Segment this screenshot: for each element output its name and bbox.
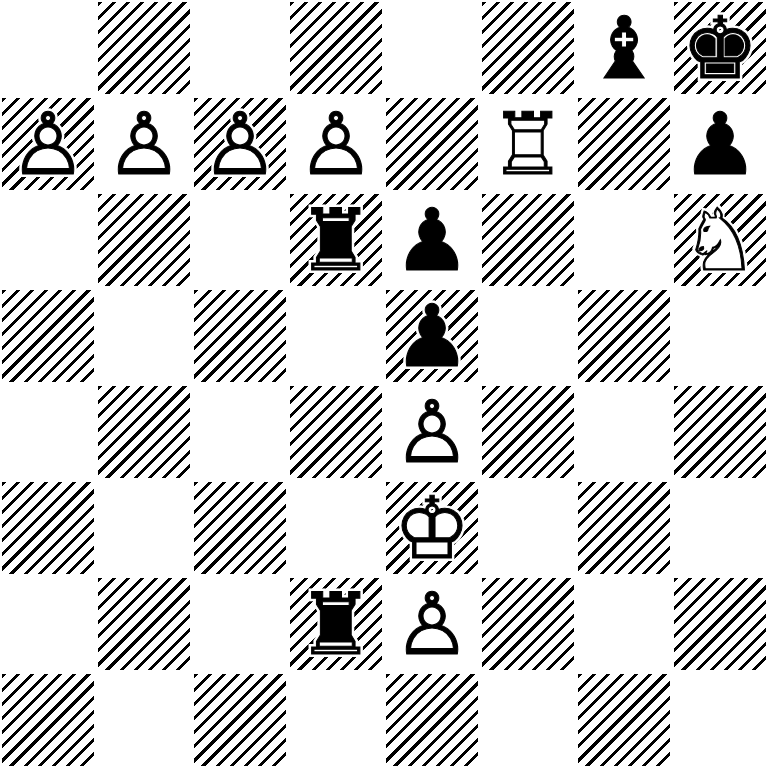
square-h1[interactable]	[672, 672, 768, 768]
piece-white-pawn-a7[interactable]: ♟♙	[0, 96, 96, 192]
square-d8[interactable]	[288, 0, 384, 96]
black-pawn-icon: ♟	[672, 96, 768, 192]
square-b7[interactable]: ♟♙	[96, 96, 192, 192]
square-g2[interactable]	[576, 576, 672, 672]
square-b4[interactable]	[96, 384, 192, 480]
piece-black-pawn-e5[interactable]: ♟♟	[384, 288, 480, 384]
piece-black-pawn-h7[interactable]: ♟♟	[672, 96, 768, 192]
square-e6[interactable]: ♟♟	[384, 192, 480, 288]
piece-white-pawn-e4[interactable]: ♟♙	[384, 384, 480, 480]
square-h8[interactable]: ♚♚	[672, 0, 768, 96]
square-h4[interactable]	[672, 384, 768, 480]
square-g8[interactable]: ♝♝	[576, 0, 672, 96]
square-h3[interactable]	[672, 480, 768, 576]
square-c4[interactable]	[192, 384, 288, 480]
piece-black-rook-d2[interactable]: ♜♜	[288, 576, 384, 672]
square-e4[interactable]: ♟♙	[384, 384, 480, 480]
piece-white-knight-h6[interactable]: ♞♘	[672, 192, 768, 288]
square-b6[interactable]	[96, 192, 192, 288]
square-a3[interactable]	[0, 480, 96, 576]
black-rook-icon: ♜	[288, 576, 384, 672]
square-a4[interactable]	[0, 384, 96, 480]
square-e1[interactable]	[384, 672, 480, 768]
square-c2[interactable]	[192, 576, 288, 672]
white-rook-icon: ♖	[480, 96, 576, 192]
square-h5[interactable]	[672, 288, 768, 384]
chess-board: ♝♝♚♚♟♙♟♙♟♙♟♙♜♖♟♟♜♜♟♟♞♘♟♟♟♙♚♔♜♜♟♙	[0, 0, 768, 768]
square-c1[interactable]	[192, 672, 288, 768]
square-a8[interactable]	[0, 0, 96, 96]
square-f6[interactable]	[480, 192, 576, 288]
square-d4[interactable]	[288, 384, 384, 480]
piece-white-rook-f7[interactable]: ♜♖	[480, 96, 576, 192]
square-e3[interactable]: ♚♔	[384, 480, 480, 576]
square-a7[interactable]: ♟♙	[0, 96, 96, 192]
square-d7[interactable]: ♟♙	[288, 96, 384, 192]
square-a1[interactable]	[0, 672, 96, 768]
piece-white-pawn-b7[interactable]: ♟♙	[96, 96, 192, 192]
square-e8[interactable]	[384, 0, 480, 96]
square-g6[interactable]	[576, 192, 672, 288]
square-d6[interactable]: ♜♜	[288, 192, 384, 288]
square-a6[interactable]	[0, 192, 96, 288]
square-d5[interactable]	[288, 288, 384, 384]
square-h6[interactable]: ♞♘	[672, 192, 768, 288]
square-g5[interactable]	[576, 288, 672, 384]
square-c3[interactable]	[192, 480, 288, 576]
square-a5[interactable]	[0, 288, 96, 384]
square-h2[interactable]	[672, 576, 768, 672]
square-f7[interactable]: ♜♖	[480, 96, 576, 192]
piece-white-king-e3[interactable]: ♚♔	[384, 480, 480, 576]
square-b1[interactable]	[96, 672, 192, 768]
piece-black-rook-d6[interactable]: ♜♜	[288, 192, 384, 288]
square-f4[interactable]	[480, 384, 576, 480]
black-king-icon: ♚	[672, 0, 768, 96]
piece-white-pawn-c7[interactable]: ♟♙	[192, 96, 288, 192]
white-king-icon: ♔	[384, 480, 480, 576]
square-c8[interactable]	[192, 0, 288, 96]
white-knight-icon: ♘	[672, 192, 768, 288]
white-pawn-icon: ♙	[96, 96, 192, 192]
square-b3[interactable]	[96, 480, 192, 576]
square-e5[interactable]: ♟♟	[384, 288, 480, 384]
square-c7[interactable]: ♟♙	[192, 96, 288, 192]
square-b8[interactable]	[96, 0, 192, 96]
square-f1[interactable]	[480, 672, 576, 768]
black-bishop-icon: ♝	[576, 0, 672, 96]
piece-white-pawn-e2[interactable]: ♟♙	[384, 576, 480, 672]
square-b2[interactable]	[96, 576, 192, 672]
white-pawn-icon: ♙	[384, 576, 480, 672]
square-f2[interactable]	[480, 576, 576, 672]
square-d2[interactable]: ♜♜	[288, 576, 384, 672]
white-pawn-icon: ♙	[0, 96, 96, 192]
square-d1[interactable]	[288, 672, 384, 768]
square-f3[interactable]	[480, 480, 576, 576]
piece-white-pawn-d7[interactable]: ♟♙	[288, 96, 384, 192]
square-e2[interactable]: ♟♙	[384, 576, 480, 672]
piece-black-bishop-g8[interactable]: ♝♝	[576, 0, 672, 96]
piece-black-pawn-e6[interactable]: ♟♟	[384, 192, 480, 288]
square-f8[interactable]	[480, 0, 576, 96]
square-c6[interactable]	[192, 192, 288, 288]
square-b5[interactable]	[96, 288, 192, 384]
square-c5[interactable]	[192, 288, 288, 384]
white-pawn-icon: ♙	[288, 96, 384, 192]
square-g3[interactable]	[576, 480, 672, 576]
square-h7[interactable]: ♟♟	[672, 96, 768, 192]
black-pawn-icon: ♟	[384, 192, 480, 288]
piece-black-king-h8[interactable]: ♚♚	[672, 0, 768, 96]
square-f5[interactable]	[480, 288, 576, 384]
square-e7[interactable]	[384, 96, 480, 192]
square-g1[interactable]	[576, 672, 672, 768]
black-pawn-icon: ♟	[384, 288, 480, 384]
square-g7[interactable]	[576, 96, 672, 192]
white-pawn-icon: ♙	[192, 96, 288, 192]
square-d3[interactable]	[288, 480, 384, 576]
white-pawn-icon: ♙	[384, 384, 480, 480]
square-a2[interactable]	[0, 576, 96, 672]
square-g4[interactable]	[576, 384, 672, 480]
black-rook-icon: ♜	[288, 192, 384, 288]
